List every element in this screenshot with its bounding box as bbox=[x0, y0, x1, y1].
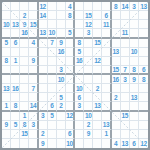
cell-r12c10[interactable] bbox=[84, 102, 93, 111]
cell-r11c3[interactable] bbox=[20, 93, 29, 102]
cell-r1c14[interactable]: 14 bbox=[121, 2, 130, 11]
cell-r6c13[interactable]: 13 bbox=[112, 48, 121, 57]
cell-r11c12[interactable] bbox=[102, 93, 111, 102]
cell-r10c3[interactable] bbox=[20, 84, 29, 93]
cell-r10c16[interactable] bbox=[139, 84, 148, 93]
cell-r3c11[interactable] bbox=[93, 20, 102, 29]
cell-r5c4[interactable]: 4 bbox=[29, 39, 38, 48]
cell-r1c9[interactable] bbox=[75, 2, 84, 11]
cell-r8c14[interactable]: 7 bbox=[121, 66, 130, 75]
cell-r12c16[interactable] bbox=[139, 102, 148, 111]
cell-r5c11[interactable]: 15 bbox=[93, 39, 102, 48]
cell-r1c6[interactable] bbox=[48, 2, 57, 11]
cell-r4c16[interactable] bbox=[139, 29, 148, 38]
cell-r11c13[interactable]: 2 bbox=[112, 93, 121, 102]
cell-r13c1[interactable] bbox=[2, 112, 11, 121]
cell-r9c5[interactable] bbox=[39, 75, 48, 84]
cell-r10c14[interactable] bbox=[121, 84, 130, 93]
cell-r3c8[interactable] bbox=[66, 20, 75, 29]
cell-r11c16[interactable] bbox=[139, 93, 148, 102]
cell-r8c5[interactable] bbox=[39, 66, 48, 75]
cell-r16c15[interactable]: 6 bbox=[130, 139, 139, 148]
cell-r15c4[interactable] bbox=[29, 130, 38, 139]
cell-r15c15[interactable] bbox=[130, 130, 139, 139]
cell-r3c16[interactable] bbox=[139, 20, 148, 29]
cell-r8c10[interactable] bbox=[84, 66, 93, 75]
cell-r2c7[interactable] bbox=[57, 11, 66, 20]
cell-r7c4[interactable]: 9 bbox=[29, 57, 38, 66]
cell-r4c14[interactable]: 11 bbox=[121, 29, 130, 38]
cell-r2c1[interactable] bbox=[2, 11, 11, 20]
cell-r15c7[interactable] bbox=[57, 130, 66, 139]
cell-r2c11[interactable] bbox=[93, 11, 102, 20]
cell-r4c11[interactable] bbox=[93, 29, 102, 38]
cell-r4c15[interactable] bbox=[130, 29, 139, 38]
cell-r16c4[interactable] bbox=[29, 139, 38, 148]
cell-r9c8[interactable] bbox=[66, 75, 75, 84]
cell-r6c15[interactable]: 10 bbox=[130, 48, 139, 57]
cell-r10c4[interactable]: 7 bbox=[29, 84, 38, 93]
cell-r11c10[interactable] bbox=[84, 93, 93, 102]
cell-r4c2[interactable] bbox=[11, 29, 20, 38]
cell-r8c16[interactable]: 6 bbox=[139, 66, 148, 75]
cell-r8c7[interactable]: 3 bbox=[57, 66, 66, 75]
cell-r15c13[interactable] bbox=[112, 130, 121, 139]
cell-r12c4[interactable]: 14 bbox=[29, 102, 38, 111]
cell-r16c14[interactable]: 13 bbox=[121, 139, 130, 148]
cell-r16c3[interactable] bbox=[20, 139, 29, 148]
cell-r7c10[interactable] bbox=[84, 57, 93, 66]
cell-r15c8[interactable]: 6 bbox=[66, 130, 75, 139]
cell-r3c2[interactable]: 13 bbox=[11, 20, 20, 29]
cell-r14c6[interactable] bbox=[48, 121, 57, 130]
cell-r12c9[interactable]: 3 bbox=[75, 102, 84, 111]
cell-r1c1[interactable] bbox=[2, 2, 11, 11]
cell-r11c11[interactable] bbox=[93, 93, 102, 102]
cell-r10c15[interactable] bbox=[130, 84, 139, 93]
cell-r14c11[interactable] bbox=[93, 121, 102, 130]
cell-r10c9[interactable]: 10 bbox=[75, 84, 84, 93]
cell-r15c10[interactable]: 9 bbox=[84, 130, 93, 139]
cell-r14c10[interactable]: 2 bbox=[84, 121, 93, 130]
cell-r15c11[interactable] bbox=[93, 130, 102, 139]
cell-r12c14[interactable] bbox=[121, 102, 130, 111]
cell-r14c7[interactable] bbox=[57, 121, 66, 130]
cell-r14c3[interactable]: 8 bbox=[20, 121, 29, 130]
cell-r4c13[interactable] bbox=[112, 29, 121, 38]
cell-r5c13[interactable] bbox=[112, 39, 121, 48]
cell-r6c6[interactable] bbox=[48, 48, 57, 57]
cell-r8c6[interactable] bbox=[48, 66, 57, 75]
cell-r9c7[interactable]: 10 bbox=[57, 75, 66, 84]
cell-r4c7[interactable] bbox=[57, 29, 66, 38]
cell-r12c7[interactable]: 2 bbox=[57, 102, 66, 111]
cell-r8c2[interactable] bbox=[11, 66, 20, 75]
cell-r11c4[interactable] bbox=[29, 93, 38, 102]
cell-r3c12[interactable]: 11 bbox=[102, 20, 111, 29]
cell-r2c6[interactable] bbox=[48, 11, 57, 20]
cell-r8c13[interactable]: 15 bbox=[112, 66, 121, 75]
cell-r7c11[interactable]: 12 bbox=[93, 57, 102, 66]
cell-r13c14[interactable]: 15 bbox=[121, 112, 130, 121]
cell-r1c15[interactable]: 3 bbox=[130, 2, 139, 11]
cell-r14c14[interactable] bbox=[121, 121, 130, 130]
cell-r2c2[interactable] bbox=[11, 11, 20, 20]
cell-r4c4[interactable] bbox=[29, 29, 38, 38]
cell-r5c14[interactable] bbox=[121, 39, 130, 48]
cell-r5c5[interactable] bbox=[39, 39, 48, 48]
cell-r5c1[interactable]: 5 bbox=[2, 39, 11, 48]
cell-r13c6[interactable]: 5 bbox=[48, 112, 57, 121]
sudoku-board: 1248143132148156101391512111613105311564… bbox=[0, 0, 150, 150]
cell-r1c16[interactable]: 13 bbox=[139, 2, 148, 11]
cell-r5c2[interactable]: 6 bbox=[11, 39, 20, 48]
cell-r7c7[interactable] bbox=[57, 57, 66, 66]
cell-r11c6[interactable] bbox=[48, 93, 57, 102]
cell-r3c9[interactable] bbox=[75, 20, 84, 29]
cell-r12c6[interactable]: 6 bbox=[48, 102, 57, 111]
cell-r9c13[interactable]: 16 bbox=[112, 75, 121, 84]
cell-r12c8[interactable] bbox=[66, 102, 75, 111]
cell-r2c3[interactable]: 2 bbox=[20, 11, 29, 20]
cell-r14c16[interactable] bbox=[139, 121, 148, 130]
cell-r10c2[interactable]: 16 bbox=[11, 84, 20, 93]
cell-r5c7[interactable]: 9 bbox=[57, 39, 66, 48]
cell-r11c14[interactable] bbox=[121, 93, 130, 102]
cell-r12c12[interactable] bbox=[102, 102, 111, 111]
cell-r4c8[interactable]: 5 bbox=[66, 29, 75, 38]
cell-r8c8[interactable] bbox=[66, 66, 75, 75]
cell-r5c15[interactable] bbox=[130, 39, 139, 48]
cell-r10c5[interactable] bbox=[39, 84, 48, 93]
cell-r10c12[interactable] bbox=[102, 84, 111, 93]
cell-r2c13[interactable] bbox=[112, 11, 121, 20]
cell-r13c7[interactable] bbox=[57, 112, 66, 121]
cell-r15c6[interactable] bbox=[48, 130, 57, 139]
cell-r5c3[interactable] bbox=[20, 39, 29, 48]
cell-r13c2[interactable] bbox=[11, 112, 20, 121]
cell-r9c6[interactable] bbox=[48, 75, 57, 84]
cell-r1c13[interactable]: 8 bbox=[112, 2, 121, 11]
cell-r13c3[interactable]: 1 bbox=[20, 112, 29, 121]
cell-r7c12[interactable] bbox=[102, 57, 111, 66]
cell-r16c7[interactable] bbox=[57, 139, 66, 148]
cell-r14c9[interactable] bbox=[75, 121, 84, 130]
cell-r3c7[interactable] bbox=[57, 20, 66, 29]
cell-r9c15[interactable]: 9 bbox=[130, 75, 139, 84]
cell-r5c12[interactable] bbox=[102, 39, 111, 48]
cell-r1c12[interactable] bbox=[102, 2, 111, 11]
cell-r10c6[interactable] bbox=[48, 84, 57, 93]
cell-r9c9[interactable] bbox=[75, 75, 84, 84]
cell-r11c15[interactable]: 13 bbox=[130, 93, 139, 102]
cell-r13c9[interactable] bbox=[75, 112, 84, 121]
cell-r13c16[interactable] bbox=[139, 112, 148, 121]
cell-r2c9[interactable] bbox=[75, 11, 84, 20]
cell-r11c1[interactable] bbox=[2, 93, 11, 102]
cell-r3c3[interactable]: 9 bbox=[20, 20, 29, 29]
cell-r3c15[interactable] bbox=[130, 20, 139, 29]
cell-r9c3[interactable] bbox=[20, 75, 29, 84]
cell-r14c2[interactable]: 5 bbox=[11, 121, 20, 130]
cell-r10c7[interactable] bbox=[57, 84, 66, 93]
cell-r4c12[interactable] bbox=[102, 29, 111, 38]
cell-r10c13[interactable] bbox=[112, 84, 121, 93]
cell-r14c12[interactable]: 13 bbox=[102, 121, 111, 130]
cell-r9c11[interactable] bbox=[93, 75, 102, 84]
cell-r5c9[interactable]: 8 bbox=[75, 39, 84, 48]
cell-r14c4[interactable]: 3 bbox=[29, 121, 38, 130]
cell-r7c9[interactable]: 16 bbox=[75, 57, 84, 66]
cell-r12c11[interactable]: 13 bbox=[93, 102, 102, 111]
cell-r7c14[interactable] bbox=[121, 57, 130, 66]
cell-r8c12[interactable] bbox=[102, 66, 111, 75]
cell-r6c11[interactable] bbox=[93, 48, 102, 57]
cell-r7c5[interactable] bbox=[39, 57, 48, 66]
cell-r6c4[interactable] bbox=[29, 48, 38, 57]
cell-r4c9[interactable] bbox=[75, 29, 84, 38]
cell-r15c12[interactable]: 1 bbox=[102, 130, 111, 139]
cell-r4c5[interactable]: 13 bbox=[39, 29, 48, 38]
cell-r12c5[interactable] bbox=[39, 102, 48, 111]
cell-r11c9[interactable]: 6 bbox=[75, 93, 84, 102]
cell-r6c12[interactable] bbox=[102, 48, 111, 57]
cell-r13c12[interactable] bbox=[102, 112, 111, 121]
cell-r14c5[interactable] bbox=[39, 121, 48, 130]
cell-r7c8[interactable] bbox=[66, 57, 75, 66]
cell-r1c8[interactable]: 4 bbox=[66, 2, 75, 11]
cell-r15c1[interactable] bbox=[2, 130, 11, 139]
cell-r15c9[interactable] bbox=[75, 130, 84, 139]
cell-r8c9[interactable] bbox=[75, 66, 84, 75]
cell-r10c1[interactable]: 13 bbox=[2, 84, 11, 93]
cell-r12c2[interactable]: 8 bbox=[11, 102, 20, 111]
cell-r6c14[interactable] bbox=[121, 48, 130, 57]
cell-r14c1[interactable]: 9 bbox=[2, 121, 11, 130]
cell-r5c16[interactable] bbox=[139, 39, 148, 48]
cell-r2c8[interactable]: 8 bbox=[66, 11, 75, 20]
cell-r7c16[interactable] bbox=[139, 57, 148, 66]
cell-r8c11[interactable] bbox=[93, 66, 102, 75]
cell-r2c16[interactable] bbox=[139, 11, 148, 20]
cell-r8c1[interactable] bbox=[2, 66, 11, 75]
cell-r9c1[interactable] bbox=[2, 75, 11, 84]
cell-r4c10[interactable]: 3 bbox=[84, 29, 93, 38]
cell-r9c10[interactable] bbox=[84, 75, 93, 84]
cell-r2c14[interactable] bbox=[121, 11, 130, 20]
cell-r1c4[interactable] bbox=[29, 2, 38, 11]
cell-r8c4[interactable] bbox=[29, 66, 38, 75]
cell-r1c3[interactable] bbox=[20, 2, 29, 11]
cell-r9c12[interactable] bbox=[102, 75, 111, 84]
cell-r1c10[interactable] bbox=[84, 2, 93, 11]
cell-r1c7[interactable] bbox=[57, 2, 66, 11]
cell-r7c3[interactable] bbox=[20, 57, 29, 66]
cell-r2c15[interactable] bbox=[130, 11, 139, 20]
cell-r11c7[interactable]: 5 bbox=[57, 93, 66, 102]
cell-r16c16[interactable]: 12 bbox=[139, 139, 148, 148]
cell-r14c8[interactable] bbox=[66, 121, 75, 130]
cell-r15c2[interactable] bbox=[11, 130, 20, 139]
cell-r1c11[interactable] bbox=[93, 2, 102, 11]
cell-r6c2[interactable] bbox=[11, 48, 20, 57]
cell-r4c3[interactable]: 16 bbox=[20, 29, 29, 38]
cell-r1c2[interactable] bbox=[11, 2, 20, 11]
cell-r13c5[interactable]: 3 bbox=[39, 112, 48, 121]
cell-r8c15[interactable]: 8 bbox=[130, 66, 139, 75]
cell-r10c11[interactable]: 2 bbox=[93, 84, 102, 93]
cell-r4c6[interactable]: 10 bbox=[48, 29, 57, 38]
cell-r3c13[interactable] bbox=[112, 20, 121, 29]
cell-r7c13[interactable] bbox=[112, 57, 121, 66]
cell-r6c10[interactable] bbox=[84, 48, 93, 57]
cell-r16c1[interactable] bbox=[2, 139, 11, 148]
cell-r16c10[interactable] bbox=[84, 139, 93, 148]
cell-r5c6[interactable]: 7 bbox=[48, 39, 57, 48]
cell-r4c1[interactable] bbox=[2, 29, 11, 38]
cell-r16c2[interactable] bbox=[11, 139, 20, 148]
cell-r2c10[interactable]: 15 bbox=[84, 11, 93, 20]
cell-r13c15[interactable] bbox=[130, 112, 139, 121]
cell-r16c6[interactable] bbox=[48, 139, 57, 148]
cell-r3c14[interactable] bbox=[121, 20, 130, 29]
cell-r13c11[interactable] bbox=[93, 112, 102, 121]
sudoku-grid: 1248143132148156101391512111613105311564… bbox=[2, 2, 148, 148]
cell-r3c4[interactable]: 15 bbox=[29, 20, 38, 29]
cell-r15c16[interactable] bbox=[139, 130, 148, 139]
cell-r12c13[interactable] bbox=[112, 102, 121, 111]
cell-r16c12[interactable] bbox=[102, 139, 111, 148]
cell-r16c8[interactable]: 10 bbox=[66, 139, 75, 148]
cell-r15c14[interactable] bbox=[121, 130, 130, 139]
cell-r16c13[interactable]: 4 bbox=[112, 139, 121, 148]
cell-r11c2[interactable] bbox=[11, 93, 20, 102]
cell-r7c1[interactable]: 8 bbox=[2, 57, 11, 66]
cell-r12c3[interactable] bbox=[20, 102, 29, 111]
cell-r8c3[interactable] bbox=[20, 66, 29, 75]
cell-r3c5[interactable] bbox=[39, 20, 48, 29]
cell-r15c3[interactable]: 15 bbox=[20, 130, 29, 139]
cell-r6c9[interactable]: 5 bbox=[75, 48, 84, 57]
cell-r3c1[interactable]: 10 bbox=[2, 20, 11, 29]
cell-r7c2[interactable]: 1 bbox=[11, 57, 20, 66]
cell-r11c5[interactable] bbox=[39, 93, 48, 102]
cell-r10c8[interactable] bbox=[66, 84, 75, 93]
cell-r14c13[interactable] bbox=[112, 121, 121, 130]
cell-r2c4[interactable] bbox=[29, 11, 38, 20]
cell-r7c6[interactable] bbox=[48, 57, 57, 66]
cell-r16c9[interactable] bbox=[75, 139, 84, 148]
cell-r7c15[interactable] bbox=[130, 57, 139, 66]
cell-r9c2[interactable] bbox=[11, 75, 20, 84]
cell-r3c6[interactable] bbox=[48, 20, 57, 29]
cell-r5c10[interactable] bbox=[84, 39, 93, 48]
cell-r13c13[interactable] bbox=[112, 112, 121, 121]
cell-r16c11[interactable] bbox=[93, 139, 102, 148]
cell-r2c5[interactable]: 14 bbox=[39, 11, 48, 20]
cell-r11c8[interactable] bbox=[66, 93, 75, 102]
cell-r9c4[interactable] bbox=[29, 75, 38, 84]
cell-r6c1[interactable] bbox=[2, 48, 11, 57]
cell-r6c16[interactable] bbox=[139, 48, 148, 57]
cell-r3c10[interactable]: 12 bbox=[84, 20, 93, 29]
cell-r2c12[interactable]: 6 bbox=[102, 11, 111, 20]
cell-r1c5[interactable]: 12 bbox=[39, 2, 48, 11]
cell-r6c8[interactable] bbox=[66, 48, 75, 57]
cell-r6c3[interactable] bbox=[20, 48, 29, 57]
cell-r12c1[interactable]: 1 bbox=[2, 102, 11, 111]
cell-r6c7[interactable]: 16 bbox=[57, 48, 66, 57]
cell-r13c4[interactable] bbox=[29, 112, 38, 121]
cell-r13c8[interactable]: 12 bbox=[66, 112, 75, 121]
cell-r9c14[interactable]: 3 bbox=[121, 75, 130, 84]
cell-r10c10[interactable] bbox=[84, 84, 93, 93]
cell-r6c5[interactable] bbox=[39, 48, 48, 57]
cell-r5c8[interactable] bbox=[66, 39, 75, 48]
cell-r14c15[interactable] bbox=[130, 121, 139, 130]
cell-r15c5[interactable]: 2 bbox=[39, 130, 48, 139]
cell-r16c5[interactable]: 9 bbox=[39, 139, 48, 148]
cell-r13c10[interactable]: 10 bbox=[84, 112, 93, 121]
cell-r9c16[interactable]: 8 bbox=[139, 75, 148, 84]
cell-r12c15[interactable] bbox=[130, 102, 139, 111]
